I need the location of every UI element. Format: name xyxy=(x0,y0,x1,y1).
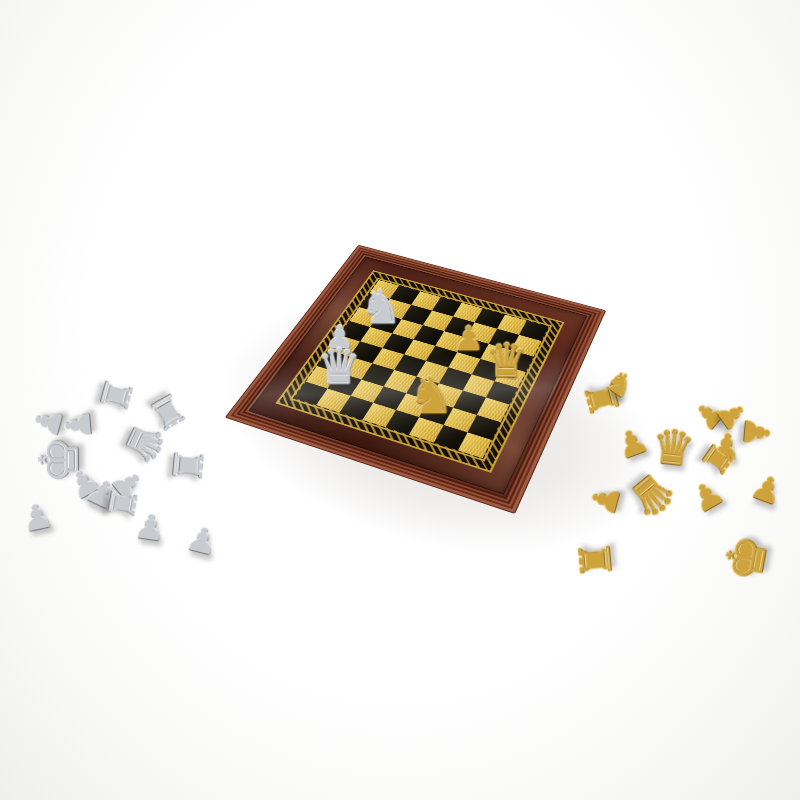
silver-queen-on-b2[interactable]: ♛ xyxy=(317,342,361,392)
photo-background: ♞♟♛♟♛♞ ♜♟♟♜♚♛♜♟♟♟♜♟♟♟ ♜♞♟♛♟♟♟♟♜♛♟♟♟♜♚ xyxy=(0,0,800,800)
gold-pawn-on-f6[interactable]: ♟ xyxy=(454,321,484,355)
silver-knight-on-b6[interactable]: ♞ xyxy=(361,283,403,329)
scattered-silver-rook: ♜ xyxy=(167,445,210,484)
scattered-silver-pawn: ♟ xyxy=(19,497,56,537)
scattered-gold-pawn: ♟ xyxy=(739,415,776,448)
gold-knight-on-f2[interactable]: ♞ xyxy=(409,369,455,420)
scattered-silver-pawn: ♟ xyxy=(183,520,221,560)
square-f2[interactable]: ♞ xyxy=(420,400,453,424)
scattered-gold-pawn: ♟ xyxy=(747,468,787,510)
scattered-silver-pawn: ♟ xyxy=(133,508,168,546)
scattered-silver-rook: ♜ xyxy=(93,374,139,417)
scattered-gold-king: ♚ xyxy=(716,531,775,586)
scattered-gold-rook: ♜ xyxy=(573,539,618,580)
gold-queen-on-h5[interactable]: ♛ xyxy=(485,337,527,384)
